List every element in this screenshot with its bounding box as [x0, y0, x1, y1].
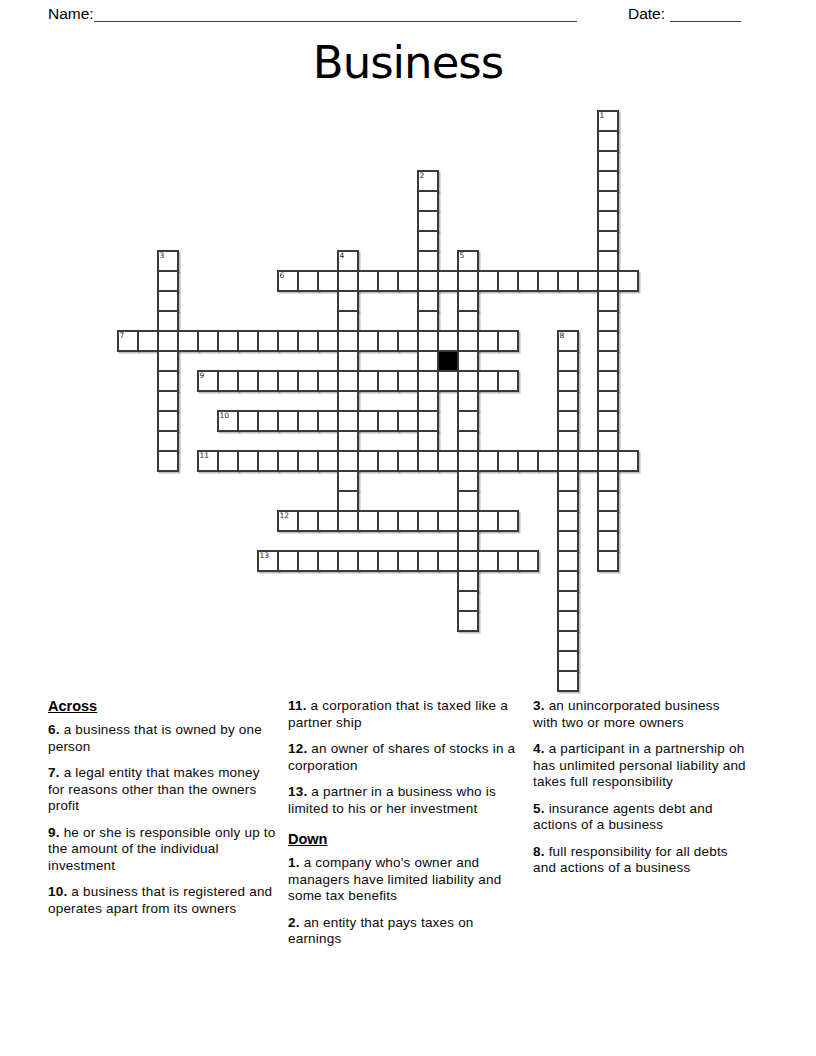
grid-cell[interactable] — [597, 330, 619, 352]
grid-cell[interactable] — [537, 270, 559, 292]
grid-cell[interactable] — [597, 190, 619, 212]
down-clues-group-1: 1. a company who's owner and managers ha… — [288, 855, 522, 948]
grid-cell[interactable] — [417, 350, 439, 372]
grid-cell[interactable] — [197, 330, 219, 352]
grid-cell[interactable] — [597, 410, 619, 432]
grid-cell[interactable] — [437, 450, 459, 472]
name-label: Name: — [48, 5, 94, 23]
grid-cell[interactable] — [257, 450, 279, 472]
grid-cell[interactable] — [397, 370, 419, 392]
grid-cell[interactable] — [437, 510, 459, 532]
grid-cell[interactable] — [157, 290, 179, 312]
grid-cell[interactable] — [557, 670, 579, 692]
grid-cell[interactable] — [557, 270, 579, 292]
grid-cell[interactable] — [597, 110, 619, 132]
grid-cell[interactable] — [597, 310, 619, 332]
grid-cell[interactable] — [417, 370, 439, 392]
clue-down-2: 2. an entity that pays taxes on earnings — [288, 915, 522, 948]
grid-cell[interactable] — [597, 550, 619, 572]
grid-cell[interactable] — [317, 370, 339, 392]
grid-cell[interactable] — [297, 370, 319, 392]
grid-cell[interactable] — [457, 390, 479, 412]
grid-cell[interactable] — [297, 510, 319, 532]
grid-cell[interactable] — [497, 450, 519, 472]
grid-cell[interactable] — [457, 510, 479, 532]
grid-cell[interactable] — [597, 270, 619, 292]
grid-cell[interactable] — [257, 410, 279, 432]
grid-cell[interactable] — [397, 550, 419, 572]
grid-cell[interactable] — [357, 270, 379, 292]
grid-cell[interactable] — [337, 450, 359, 472]
grid-cell[interactable] — [357, 450, 379, 472]
grid-cell[interactable] — [597, 290, 619, 312]
grid-cell[interactable] — [317, 330, 339, 352]
grid-cell[interactable] — [597, 430, 619, 452]
grid-cell[interactable] — [157, 370, 179, 392]
grid-cell[interactable] — [337, 390, 359, 412]
grid-cell[interactable] — [197, 450, 219, 472]
grid-cell[interactable] — [497, 270, 519, 292]
grid-cell[interactable] — [477, 510, 499, 532]
grid-cell[interactable] — [277, 270, 299, 292]
grid-cell[interactable] — [357, 550, 379, 572]
grid-cell[interactable] — [557, 570, 579, 592]
clue-down-5: 5. insurance agents debt and actions of … — [533, 801, 748, 834]
grid-cell[interactable] — [597, 250, 619, 272]
grid-cell[interactable] — [517, 450, 539, 472]
grid-cell[interactable] — [157, 450, 179, 472]
clue-across-13: 13. a partner in a business who is limit… — [288, 784, 522, 817]
grid-cell[interactable] — [557, 610, 579, 632]
grid-cell[interactable] — [377, 330, 399, 352]
clue-down-8: 8. full responsibility for all debts and… — [533, 844, 748, 877]
grid-cell[interactable] — [157, 270, 179, 292]
grid-cell[interactable] — [377, 370, 399, 392]
grid-cell[interactable] — [297, 450, 319, 472]
grid-cell[interactable] — [557, 470, 579, 492]
grid-cell[interactable] — [357, 410, 379, 432]
clue-column-middle: 11. a corporation that is taxed like a p… — [288, 698, 522, 958]
clue-across-7: 7. a legal entity that makes money for r… — [48, 765, 276, 815]
grid-cell[interactable] — [357, 330, 379, 352]
grid-cell[interactable] — [417, 270, 439, 292]
grid-cell[interactable] — [237, 410, 259, 432]
grid-cell[interactable] — [597, 390, 619, 412]
grid-cell[interactable] — [397, 270, 419, 292]
grid-cell[interactable] — [457, 270, 479, 292]
grid-cell[interactable] — [317, 450, 339, 472]
crossword-grid: 12345678910111213 — [117, 110, 639, 692]
clue-column-left: Across 6. a business that is owned by on… — [48, 698, 276, 927]
grid-cell[interactable] — [337, 350, 359, 372]
grid-cell[interactable] — [337, 290, 359, 312]
grid-cell[interactable] — [237, 370, 259, 392]
grid-cell[interactable] — [597, 510, 619, 532]
grid-cell[interactable] — [377, 510, 399, 532]
grid-cell[interactable] — [417, 170, 439, 192]
grid-cell[interactable] — [437, 550, 459, 572]
grid-cell[interactable] — [337, 330, 359, 352]
grid-cell[interactable] — [557, 410, 579, 432]
grid-cell[interactable] — [417, 510, 439, 532]
grid-cell[interactable] — [337, 410, 359, 432]
grid-cell[interactable] — [337, 370, 359, 392]
grid-cell[interactable] — [417, 410, 439, 432]
grid-cell[interactable] — [277, 550, 299, 572]
grid-cell[interactable] — [437, 370, 459, 392]
grid-cell[interactable] — [257, 370, 279, 392]
grid-cell[interactable] — [157, 390, 179, 412]
grid-cell[interactable] — [317, 270, 339, 292]
grid-cell[interactable] — [237, 330, 259, 352]
across-clues-group-1: 6. a business that is owned by one perso… — [48, 722, 276, 917]
grid-cell[interactable] — [457, 330, 479, 352]
grid-cell[interactable] — [257, 550, 279, 572]
grid-cell[interactable] — [417, 210, 439, 232]
grid-cell[interactable] — [157, 350, 179, 372]
grid-cell[interactable] — [277, 450, 299, 472]
grid-cell[interactable] — [417, 390, 439, 412]
down-heading: Down — [288, 831, 522, 847]
clue-column-right: 3. an unincorporated business with two o… — [533, 698, 748, 887]
grid-cell[interactable] — [497, 370, 519, 392]
grid-cell[interactable] — [277, 330, 299, 352]
grid-cell[interactable] — [557, 390, 579, 412]
grid-cell[interactable] — [597, 490, 619, 512]
grid-cell[interactable] — [117, 330, 139, 352]
grid-cell[interactable] — [337, 510, 359, 532]
grid-cell[interactable] — [277, 370, 299, 392]
grid-cell[interactable] — [597, 210, 619, 232]
grid-cell[interactable] — [457, 430, 479, 452]
grid-cell[interactable] — [297, 410, 319, 432]
grid-cell[interactable] — [457, 490, 479, 512]
grid-cell[interactable] — [417, 550, 439, 572]
grid-cell[interactable] — [457, 530, 479, 552]
grid-cell[interactable] — [297, 550, 319, 572]
grid-cell[interactable] — [437, 270, 459, 292]
grid-cell[interactable] — [497, 550, 519, 572]
grid-cell[interactable] — [377, 270, 399, 292]
grid-cell[interactable] — [557, 330, 579, 352]
grid-cell[interactable] — [457, 550, 479, 572]
grid-cell[interactable] — [377, 410, 399, 432]
black-cell — [437, 350, 459, 372]
grid-cell[interactable] — [217, 370, 239, 392]
grid-cell[interactable] — [477, 330, 499, 352]
grid-cell[interactable] — [457, 450, 479, 472]
grid-cell[interactable] — [377, 450, 399, 472]
grid-cell[interactable] — [597, 450, 619, 472]
grid-cell[interactable] — [337, 310, 359, 332]
clue-across-6: 6. a business that is owned by one perso… — [48, 722, 276, 755]
clue-across-9: 9. he or she is responsible only up to t… — [48, 825, 276, 875]
clue-across-10: 10. a business that is registered and op… — [48, 884, 276, 917]
grid-cell[interactable] — [417, 430, 439, 452]
page-title: Business — [0, 36, 816, 89]
grid-cell[interactable] — [457, 250, 479, 272]
grid-cell[interactable] — [597, 170, 619, 192]
date-blank-line — [670, 21, 741, 22]
grid-cell[interactable] — [357, 510, 379, 532]
grid-cell[interactable] — [557, 590, 579, 612]
clue-down-1: 1. a company who's owner and managers ha… — [288, 855, 522, 905]
grid-cell[interactable] — [317, 550, 339, 572]
grid-cell[interactable] — [557, 490, 579, 512]
grid-cell[interactable] — [477, 450, 499, 472]
grid-cell[interactable] — [557, 550, 579, 572]
grid-cell[interactable] — [557, 510, 579, 532]
grid-cell[interactable] — [397, 410, 419, 432]
grid-cell[interactable] — [337, 430, 359, 452]
grid-cell[interactable] — [577, 270, 599, 292]
grid-cell[interactable] — [397, 510, 419, 532]
grid-cell[interactable] — [197, 370, 219, 392]
grid-cell[interactable] — [317, 410, 339, 432]
grid-cell[interactable] — [357, 370, 379, 392]
grid-cell[interactable] — [417, 450, 439, 472]
grid-cell[interactable] — [417, 250, 439, 272]
across-clues-group-2: 11. a corporation that is taxed like a p… — [288, 698, 522, 817]
grid-cell[interactable] — [557, 430, 579, 452]
grid-cell[interactable] — [137, 330, 159, 352]
grid-cell[interactable] — [457, 570, 479, 592]
grid-cell[interactable] — [417, 230, 439, 252]
grid-cell[interactable] — [417, 330, 439, 352]
grid-cell[interactable] — [477, 270, 499, 292]
grid-cell[interactable] — [397, 450, 419, 472]
grid-cell[interactable] — [277, 510, 299, 532]
grid-cell[interactable] — [337, 270, 359, 292]
grid-cell[interactable] — [277, 410, 299, 432]
clue-across-11: 11. a corporation that is taxed like a p… — [288, 698, 522, 731]
grid-cell[interactable] — [557, 650, 579, 672]
grid-cell[interactable] — [337, 470, 359, 492]
grid-cell[interactable] — [597, 530, 619, 552]
grid-cell[interactable] — [437, 330, 459, 352]
grid-cell[interactable] — [417, 310, 439, 332]
grid-cell[interactable] — [557, 450, 579, 472]
grid-cell[interactable] — [337, 550, 359, 572]
grid-cell[interactable] — [597, 230, 619, 252]
grid-cell[interactable] — [617, 270, 639, 292]
grid-cell[interactable] — [217, 410, 239, 432]
grid-cell[interactable] — [557, 350, 579, 372]
grid-cell[interactable] — [397, 330, 419, 352]
grid-cell[interactable] — [337, 490, 359, 512]
grid-cell[interactable] — [577, 450, 599, 472]
grid-cell[interactable] — [157, 430, 179, 452]
grid-cell[interactable] — [457, 370, 479, 392]
grid-cell[interactable] — [377, 550, 399, 572]
grid-cell[interactable] — [537, 450, 559, 472]
grid-cell[interactable] — [457, 590, 479, 612]
clue-down-4: 4. a participant in a partnership oh has… — [533, 741, 748, 791]
grid-cell[interactable] — [157, 330, 179, 352]
grid-cell[interactable] — [477, 550, 499, 572]
grid-cell[interactable] — [457, 350, 479, 372]
grid-cell[interactable] — [457, 290, 479, 312]
grid-cell[interactable] — [297, 330, 319, 352]
grid-cell[interactable] — [597, 350, 619, 372]
grid-cell[interactable] — [517, 550, 539, 572]
grid-cell[interactable] — [417, 290, 439, 312]
grid-cell[interactable] — [597, 370, 619, 392]
grid-cell[interactable] — [497, 330, 519, 352]
grid-cell[interactable] — [457, 610, 479, 632]
grid-cell[interactable] — [257, 330, 279, 352]
grid-cell[interactable] — [177, 330, 199, 352]
grid-cell[interactable] — [617, 450, 639, 472]
grid-cell[interactable] — [237, 450, 259, 472]
grid-cell[interactable] — [477, 370, 499, 392]
grid-cell[interactable] — [317, 510, 339, 532]
grid-cell[interactable] — [217, 330, 239, 352]
grid-cell[interactable] — [157, 250, 179, 272]
name-blank-line — [94, 21, 577, 22]
grid-cell[interactable] — [417, 190, 439, 212]
clue-down-3: 3. an unincorporated business with two o… — [533, 698, 748, 731]
grid-cell[interactable] — [157, 410, 179, 432]
grid-cell[interactable] — [557, 630, 579, 652]
date-label: Date: — [628, 5, 665, 23]
grid-cell[interactable] — [157, 310, 179, 332]
down-clues-group-2: 3. an unincorporated business with two o… — [533, 698, 748, 877]
grid-cell[interactable] — [457, 310, 479, 332]
across-heading: Across — [48, 698, 276, 714]
grid-cell[interactable] — [597, 150, 619, 172]
grid-cell[interactable] — [457, 410, 479, 432]
grid-cell[interactable] — [297, 270, 319, 292]
grid-cell[interactable] — [557, 370, 579, 392]
grid-cell[interactable] — [597, 130, 619, 152]
grid-cell[interactable] — [457, 470, 479, 492]
grid-cell[interactable] — [337, 250, 359, 272]
grid-cell[interactable] — [217, 450, 239, 472]
grid-cell[interactable] — [517, 270, 539, 292]
grid-cell[interactable] — [557, 530, 579, 552]
clue-across-12: 12. an owner of shares of stocks in a co… — [288, 741, 522, 774]
grid-cell[interactable] — [497, 510, 519, 532]
grid-cell[interactable] — [597, 470, 619, 492]
